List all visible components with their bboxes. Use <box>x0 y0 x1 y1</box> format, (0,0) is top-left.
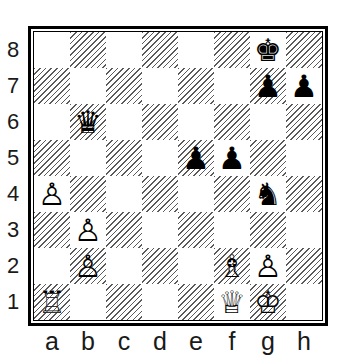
square-f3[interactable] <box>214 212 250 248</box>
file-label-b: b <box>70 326 106 356</box>
piece-white-rook[interactable]: ♖ <box>34 284 70 320</box>
square-d2[interactable] <box>142 248 178 284</box>
rank-label-8: 8 <box>0 32 26 68</box>
square-f8[interactable] <box>214 32 250 68</box>
piece-black-pawn[interactable]: ♟ <box>286 68 322 104</box>
square-b4[interactable] <box>70 176 106 212</box>
piece-white-pawn[interactable]: ♙ <box>70 248 106 284</box>
chess-diagram: ♚♟♟♛♟♟♙♞♙♙♗♙♖♕♔ 87654321 abcdefgh <box>0 0 360 360</box>
square-e4[interactable] <box>178 176 214 212</box>
square-h4[interactable] <box>286 176 322 212</box>
rank-label-3: 3 <box>0 212 26 248</box>
square-b1[interactable] <box>70 284 106 320</box>
square-h8[interactable] <box>286 32 322 68</box>
rank-label-5: 5 <box>0 140 26 176</box>
square-e6[interactable] <box>178 104 214 140</box>
square-a3[interactable] <box>34 212 70 248</box>
square-d1[interactable] <box>142 284 178 320</box>
piece-black-pawn[interactable]: ♟ <box>178 140 214 176</box>
square-g8[interactable]: ♚ <box>250 32 286 68</box>
square-h2[interactable] <box>286 248 322 284</box>
square-h1[interactable] <box>286 284 322 320</box>
square-a8[interactable] <box>34 32 70 68</box>
board-inner-border: ♚♟♟♛♟♟♙♞♙♙♗♙♖♕♔ <box>33 31 323 321</box>
square-f1[interactable]: ♕ <box>214 284 250 320</box>
file-label-c: c <box>106 326 142 356</box>
square-b2[interactable]: ♙ <box>70 248 106 284</box>
file-label-h: h <box>286 326 322 356</box>
square-a2[interactable] <box>34 248 70 284</box>
square-g2[interactable]: ♙ <box>250 248 286 284</box>
square-c6[interactable] <box>106 104 142 140</box>
piece-black-pawn[interactable]: ♟ <box>250 68 286 104</box>
square-d5[interactable] <box>142 140 178 176</box>
square-f6[interactable] <box>214 104 250 140</box>
rank-label-7: 7 <box>0 68 26 104</box>
square-a5[interactable] <box>34 140 70 176</box>
square-g1[interactable]: ♔ <box>250 284 286 320</box>
square-d8[interactable] <box>142 32 178 68</box>
square-e2[interactable] <box>178 248 214 284</box>
rank-label-2: 2 <box>0 248 26 284</box>
piece-white-pawn[interactable]: ♙ <box>70 212 106 248</box>
square-g7[interactable]: ♟ <box>250 68 286 104</box>
square-a7[interactable] <box>34 68 70 104</box>
square-f7[interactable] <box>214 68 250 104</box>
piece-white-pawn[interactable]: ♙ <box>34 176 70 212</box>
piece-black-pawn[interactable]: ♟ <box>214 140 250 176</box>
piece-black-queen[interactable]: ♛ <box>70 104 106 140</box>
square-e5[interactable]: ♟ <box>178 140 214 176</box>
chessboard: ♚♟♟♛♟♟♙♞♙♙♗♙♖♕♔ <box>34 32 322 320</box>
square-a1[interactable]: ♖ <box>34 284 70 320</box>
square-a6[interactable] <box>34 104 70 140</box>
piece-white-queen[interactable]: ♕ <box>214 284 250 320</box>
square-f4[interactable] <box>214 176 250 212</box>
file-label-d: d <box>142 326 178 356</box>
square-d7[interactable] <box>142 68 178 104</box>
piece-white-pawn[interactable]: ♙ <box>250 248 286 284</box>
square-g3[interactable] <box>250 212 286 248</box>
square-h3[interactable] <box>286 212 322 248</box>
file-label-g: g <box>250 326 286 356</box>
square-c4[interactable] <box>106 176 142 212</box>
square-c3[interactable] <box>106 212 142 248</box>
piece-black-knight[interactable]: ♞ <box>250 176 286 212</box>
square-b6[interactable]: ♛ <box>70 104 106 140</box>
square-d4[interactable] <box>142 176 178 212</box>
piece-black-king[interactable]: ♚ <box>250 32 286 68</box>
square-c8[interactable] <box>106 32 142 68</box>
square-b5[interactable] <box>70 140 106 176</box>
square-f5[interactable]: ♟ <box>214 140 250 176</box>
rank-label-1: 1 <box>0 284 26 320</box>
square-g4[interactable]: ♞ <box>250 176 286 212</box>
piece-white-king[interactable]: ♔ <box>250 284 286 320</box>
square-c7[interactable] <box>106 68 142 104</box>
rank-label-6: 6 <box>0 104 26 140</box>
square-g6[interactable] <box>250 104 286 140</box>
square-e3[interactable] <box>178 212 214 248</box>
square-a4[interactable]: ♙ <box>34 176 70 212</box>
rank-label-4: 4 <box>0 176 26 212</box>
piece-white-bishop[interactable]: ♗ <box>214 248 250 284</box>
square-f2[interactable]: ♗ <box>214 248 250 284</box>
square-e7[interactable] <box>178 68 214 104</box>
square-h5[interactable] <box>286 140 322 176</box>
square-d6[interactable] <box>142 104 178 140</box>
square-b7[interactable] <box>70 68 106 104</box>
square-e8[interactable] <box>178 32 214 68</box>
board-frame: ♚♟♟♛♟♟♙♞♙♙♗♙♖♕♔ <box>28 26 328 326</box>
file-label-f: f <box>214 326 250 356</box>
square-b3[interactable]: ♙ <box>70 212 106 248</box>
square-g5[interactable] <box>250 140 286 176</box>
square-e1[interactable] <box>178 284 214 320</box>
file-label-e: e <box>178 326 214 356</box>
square-c2[interactable] <box>106 248 142 284</box>
square-d3[interactable] <box>142 212 178 248</box>
square-h6[interactable] <box>286 104 322 140</box>
square-c5[interactable] <box>106 140 142 176</box>
square-h7[interactable]: ♟ <box>286 68 322 104</box>
square-c1[interactable] <box>106 284 142 320</box>
file-label-a: a <box>34 326 70 356</box>
square-b8[interactable] <box>70 32 106 68</box>
